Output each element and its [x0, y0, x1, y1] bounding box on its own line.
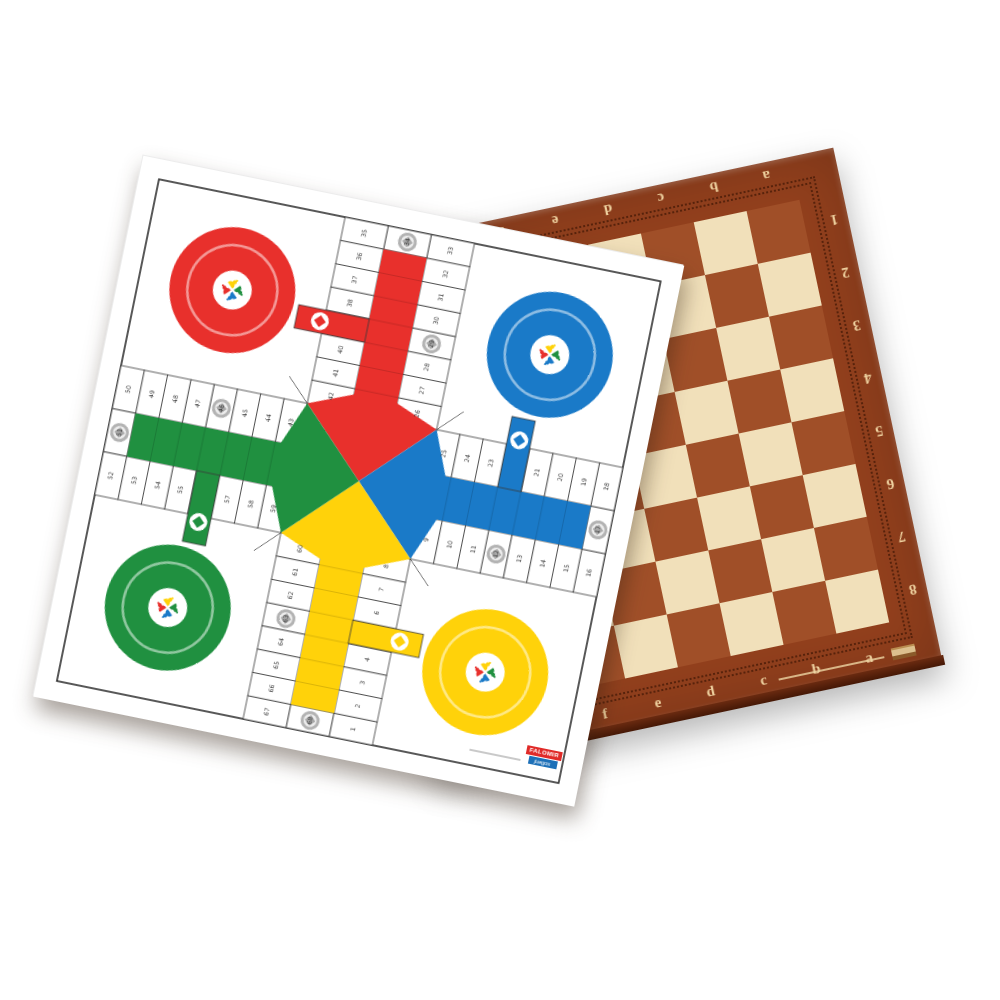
product-photo-scene: hh11gg22ff33ee44dd55cc66bb77aa88 6768123… [0, 0, 1000, 1000]
chess-maker-logo [891, 644, 917, 661]
chess-square [825, 570, 889, 634]
parcheesi-board: 6768123467891011121314151617181920212324… [33, 155, 684, 806]
